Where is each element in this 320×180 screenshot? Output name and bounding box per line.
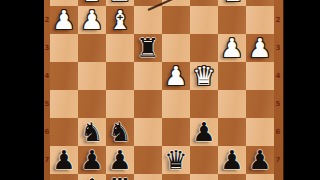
square-e6[interactable] (134, 118, 162, 146)
piece-white-queen-c4[interactable]: ♛ (192, 62, 215, 90)
rank-label-right-7: 7 (275, 155, 281, 165)
square-b5[interactable] (218, 90, 246, 118)
square-a4[interactable] (246, 62, 274, 90)
rank-label-right-2: 2 (275, 15, 281, 25)
square-c2[interactable] (190, 6, 218, 34)
square-f6[interactable]: ♞ (106, 118, 134, 146)
square-h7[interactable]: ♟ (50, 146, 78, 174)
square-f5[interactable] (106, 90, 134, 118)
square-d2[interactable] (162, 6, 190, 34)
square-d7[interactable]: ♛ (162, 146, 190, 174)
square-g7[interactable]: ♟ (78, 146, 106, 174)
square-c6[interactable]: ♟ (190, 118, 218, 146)
square-c3[interactable] (190, 34, 218, 62)
square-g5[interactable] (78, 90, 106, 118)
square-g8[interactable]: ♚ (78, 174, 106, 180)
square-b3[interactable]: ♟ (218, 34, 246, 62)
rank-label-left-4: 4 (44, 71, 50, 81)
piece-black-king-g8[interactable]: ♚ (80, 174, 103, 180)
square-c7[interactable] (190, 146, 218, 174)
square-h5[interactable] (50, 90, 78, 118)
square-d6[interactable] (162, 118, 190, 146)
square-h6[interactable] (50, 118, 78, 146)
square-b6[interactable] (218, 118, 246, 146)
piece-black-pawn-f7[interactable]: ♟ (108, 146, 131, 174)
square-a5[interactable] (246, 90, 274, 118)
rank-label-left-3: 3 (44, 43, 50, 53)
square-e3[interactable]: ♜ (134, 34, 162, 62)
piece-white-pawn-g2[interactable]: ♟ (80, 6, 103, 34)
square-f3[interactable] (106, 34, 134, 62)
square-h8[interactable] (50, 174, 78, 180)
square-a7[interactable]: ♟ (246, 146, 274, 174)
piece-black-pawn-h7[interactable]: ♟ (52, 146, 75, 174)
piece-black-queen-d7[interactable]: ♛ (164, 146, 187, 174)
square-f7[interactable]: ♟ (106, 146, 134, 174)
square-d4[interactable]: ♟ (162, 62, 190, 90)
piece-black-pawn-b7[interactable]: ♟ (220, 146, 243, 174)
square-a6[interactable] (246, 118, 274, 146)
piece-white-pawn-a3[interactable]: ♟ (248, 34, 271, 62)
chess-diagram: ♚♜♞♟♟♝♜♟♟♟♛♞♞♟♟♟♟♛♟♟♚♜ 234567 234567 (0, 0, 320, 180)
square-c5[interactable] (190, 90, 218, 118)
piece-black-knight-f6[interactable]: ♞ (108, 118, 131, 146)
square-h3[interactable] (50, 34, 78, 62)
square-f2[interactable]: ♝ (106, 6, 134, 34)
rank-label-right-6: 6 (275, 127, 281, 137)
rank-label-right-5: 5 (275, 99, 281, 109)
square-b2[interactable] (218, 6, 246, 34)
piece-white-pawn-b3[interactable]: ♟ (220, 34, 243, 62)
square-e8[interactable] (134, 174, 162, 180)
rank-label-right-4: 4 (275, 71, 281, 81)
square-c4[interactable]: ♛ (190, 62, 218, 90)
letterbox-left (0, 0, 44, 180)
piece-black-rook-e3[interactable]: ♜ (136, 34, 159, 62)
square-e4[interactable] (134, 62, 162, 90)
square-f4[interactable] (106, 62, 134, 90)
square-g6[interactable]: ♞ (78, 118, 106, 146)
piece-black-knight-g6[interactable]: ♞ (80, 118, 103, 146)
square-b4[interactable] (218, 62, 246, 90)
square-d5[interactable] (162, 90, 190, 118)
rank-label-left-6: 6 (44, 127, 50, 137)
square-g4[interactable] (78, 62, 106, 90)
piece-black-pawn-a7[interactable]: ♟ (248, 146, 271, 174)
rank-label-left-5: 5 (44, 99, 50, 109)
letterbox-right (284, 0, 320, 180)
rank-label-left-7: 7 (44, 155, 50, 165)
chess-board-frame: ♚♜♞♟♟♝♜♟♟♟♛♞♞♟♟♟♟♛♟♟♚♜ 234567 234567 (44, 0, 284, 180)
piece-black-pawn-g7[interactable]: ♟ (80, 146, 103, 174)
piece-white-bishop-f2[interactable]: ♝ (108, 6, 131, 34)
piece-black-pawn-c6[interactable]: ♟ (192, 118, 215, 146)
square-b8[interactable] (218, 174, 246, 180)
square-h2[interactable]: ♟ (50, 6, 78, 34)
square-a8[interactable] (246, 174, 274, 180)
square-e7[interactable] (134, 146, 162, 174)
piece-white-pawn-h2[interactable]: ♟ (52, 6, 75, 34)
square-c8[interactable] (190, 174, 218, 180)
square-d8[interactable] (162, 174, 190, 180)
rank-label-left-2: 2 (44, 15, 50, 25)
square-g2[interactable]: ♟ (78, 6, 106, 34)
rank-label-right-3: 3 (275, 43, 281, 53)
square-e5[interactable] (134, 90, 162, 118)
square-g3[interactable] (78, 34, 106, 62)
square-b7[interactable]: ♟ (218, 146, 246, 174)
square-a2[interactable] (246, 6, 274, 34)
chess-board: ♚♜♞♟♟♝♜♟♟♟♛♞♞♟♟♟♟♛♟♟♚♜ (50, 0, 274, 180)
piece-white-pawn-d4[interactable]: ♟ (164, 62, 187, 90)
square-f8[interactable]: ♜ (106, 174, 134, 180)
square-a3[interactable]: ♟ (246, 34, 274, 62)
square-d3[interactable] (162, 34, 190, 62)
piece-black-rook-f8[interactable]: ♜ (108, 174, 131, 180)
square-h4[interactable] (50, 62, 78, 90)
